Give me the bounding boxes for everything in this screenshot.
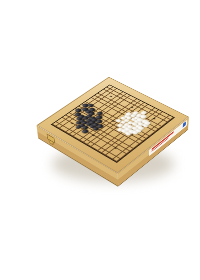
board-cell <box>83 129 90 133</box>
board-cell <box>113 160 120 165</box>
board-cell <box>139 130 146 134</box>
board-cell <box>94 140 101 145</box>
board-cell <box>134 124 141 128</box>
board-cell <box>76 138 83 143</box>
board-cell <box>108 148 115 153</box>
white-stone <box>137 121 145 126</box>
board-cell <box>127 124 134 128</box>
board-cell <box>108 144 115 149</box>
board-cell <box>148 123 155 127</box>
white-stone <box>137 125 145 130</box>
board-cell <box>89 129 96 133</box>
board-cell <box>101 139 108 144</box>
board-cell <box>90 133 97 138</box>
board-cell <box>83 143 90 148</box>
board-cell <box>135 128 142 132</box>
white-stone <box>141 123 149 128</box>
board-cell <box>97 133 104 138</box>
board-cell <box>107 130 114 134</box>
board-cell <box>155 123 162 127</box>
board-cell <box>138 126 145 130</box>
board-cell <box>76 130 83 134</box>
white-stone <box>126 124 134 129</box>
board-cell <box>65 132 72 136</box>
board-cell <box>131 122 138 126</box>
board-cell <box>79 141 86 146</box>
board-cell <box>108 139 115 144</box>
board-cell <box>109 153 116 158</box>
star-point <box>114 147 116 149</box>
white-stone <box>128 129 136 134</box>
board-cell <box>127 150 134 155</box>
board-cell <box>112 150 119 155</box>
board-cell <box>118 136 125 141</box>
board-cell <box>100 126 107 130</box>
board-cell <box>106 121 113 125</box>
white-stone <box>126 120 134 125</box>
image-canvas <box>0 0 200 280</box>
board-cell <box>72 132 79 136</box>
board-cell <box>90 142 97 147</box>
board-cell <box>107 126 114 130</box>
board-cell <box>149 128 156 132</box>
board-cell <box>151 121 158 125</box>
board-cell <box>129 138 136 143</box>
board-cell <box>114 125 121 129</box>
white-stone <box>131 122 139 127</box>
board-cell <box>96 128 103 132</box>
board-cell <box>96 124 103 128</box>
white-stone <box>121 128 129 133</box>
board-cell <box>121 134 128 139</box>
board-cell <box>120 120 127 124</box>
board-cell <box>153 130 160 134</box>
board-cell <box>134 120 141 124</box>
board-cell <box>93 135 100 140</box>
board-cell <box>97 137 104 142</box>
board-cell <box>105 146 112 151</box>
board-cell <box>124 122 131 126</box>
black-stone <box>81 125 89 130</box>
board-cell <box>111 132 118 137</box>
board-cell <box>140 139 147 144</box>
board-cell <box>156 127 163 131</box>
board-cell <box>116 148 123 153</box>
black-stone <box>92 126 100 131</box>
board-cell <box>79 123 86 127</box>
board-cell <box>62 126 69 130</box>
white-stone <box>143 120 151 125</box>
board-cell <box>122 143 129 148</box>
board-cell <box>114 130 121 134</box>
board-cell <box>69 126 76 130</box>
board-cell <box>137 122 144 126</box>
board-cell <box>112 146 119 151</box>
board-cell <box>93 122 100 126</box>
board-cell <box>119 141 126 146</box>
board-cell <box>89 124 96 128</box>
board-cell <box>93 131 100 135</box>
board-cell <box>113 155 120 160</box>
white-stone <box>116 123 124 128</box>
board-cell <box>117 127 124 131</box>
board-cell <box>115 139 122 144</box>
white-stone <box>134 124 142 129</box>
board-cell <box>79 127 86 131</box>
board-cell <box>83 134 90 139</box>
black-stone <box>85 122 93 127</box>
board-cell <box>51 124 58 128</box>
board-cell <box>75 125 82 129</box>
board-cell <box>130 147 137 152</box>
board-cell <box>100 135 107 140</box>
board-cell <box>121 129 128 133</box>
board-cell <box>126 145 133 150</box>
board-cell <box>165 120 172 124</box>
board-cell <box>55 126 62 130</box>
board-cell <box>111 141 118 146</box>
white-stone <box>116 127 124 132</box>
board-cell <box>111 136 118 141</box>
black-stone <box>81 129 89 134</box>
board-cell <box>101 149 108 154</box>
board-cell <box>72 123 79 127</box>
board-cell <box>124 127 131 131</box>
board-cell <box>128 133 135 138</box>
board-cell <box>142 132 149 137</box>
white-stone <box>135 128 143 133</box>
board-cell <box>104 137 111 142</box>
white-stone <box>124 127 132 132</box>
board-cell <box>120 125 127 129</box>
board-cell <box>86 131 93 135</box>
board-cell <box>125 131 132 135</box>
black-stone <box>75 124 83 129</box>
brass-clasp <box>47 133 55 146</box>
board-cell <box>83 138 90 143</box>
board-cell <box>79 136 86 141</box>
board-cell <box>115 143 122 148</box>
board-cell <box>90 138 97 143</box>
board-cell <box>94 144 101 149</box>
board-cell <box>141 124 148 128</box>
white-stone <box>131 126 139 131</box>
board-cell <box>90 147 97 152</box>
star-point <box>134 132 136 134</box>
board-cell <box>103 124 110 128</box>
star-point <box>92 135 94 137</box>
board-cell <box>146 134 153 139</box>
board-cell <box>128 129 135 133</box>
board-cell <box>159 125 166 129</box>
board-cell <box>65 124 72 128</box>
board-cell <box>82 125 89 129</box>
board-cell <box>103 128 110 132</box>
board-cell <box>114 134 121 139</box>
board-cell <box>105 156 112 161</box>
board-cell <box>98 151 105 156</box>
board-cell <box>117 123 124 127</box>
board-cell <box>86 122 93 126</box>
board-cell <box>86 136 93 141</box>
board-cell <box>171 115 178 119</box>
board-cell <box>69 130 76 134</box>
board-cell <box>116 153 123 158</box>
board-cell <box>131 126 138 130</box>
board-cell <box>132 131 139 135</box>
board-cell <box>162 122 169 126</box>
board-cell <box>104 141 111 146</box>
board-cell <box>133 144 140 149</box>
board-cell <box>107 134 114 139</box>
board-cell <box>125 136 132 141</box>
board-cell <box>76 134 83 139</box>
board-cell <box>98 146 105 151</box>
white-stone <box>124 131 132 136</box>
black-stone <box>88 124 96 129</box>
black-stone <box>92 122 100 127</box>
board-cell <box>123 147 130 152</box>
board-cell <box>149 132 156 137</box>
board-cell <box>72 127 79 131</box>
board-cell <box>65 128 72 132</box>
board-cell <box>117 157 124 162</box>
board-cell <box>143 137 150 142</box>
board-cell <box>132 135 139 140</box>
board-cell <box>144 121 151 125</box>
board-cell <box>94 149 101 154</box>
board-cell <box>62 130 69 134</box>
board-cell <box>72 136 79 141</box>
board-cell <box>109 158 116 163</box>
board-cell <box>97 142 104 147</box>
board-cell <box>133 140 140 145</box>
board-cell <box>126 140 133 145</box>
board-cell <box>86 140 93 145</box>
board-cell <box>119 150 126 155</box>
board-cell <box>145 126 152 130</box>
white-stone <box>123 122 131 127</box>
board-cell <box>136 137 143 142</box>
black-stone <box>96 124 104 129</box>
board-cell <box>101 144 108 149</box>
board-cell <box>93 126 100 130</box>
board-cell <box>100 130 107 134</box>
board-cell <box>104 132 111 137</box>
board-cell <box>58 124 65 128</box>
board-cell <box>118 132 125 136</box>
board-cell <box>129 142 136 147</box>
board-cell <box>146 130 153 134</box>
white-stone <box>121 124 129 129</box>
label-logo-mark <box>183 121 186 127</box>
board-cell <box>110 123 117 127</box>
white-stone <box>131 130 139 135</box>
board-cell <box>119 145 126 150</box>
board-cell <box>139 135 146 140</box>
board-cell <box>158 120 165 124</box>
board-cell <box>105 151 112 156</box>
board-cell <box>137 142 144 147</box>
board-cell <box>127 120 134 124</box>
board-cell <box>123 152 130 157</box>
board-cell <box>79 132 86 136</box>
board-cell <box>120 155 127 160</box>
star-point <box>71 123 73 125</box>
board-cell <box>87 145 94 150</box>
board-cell <box>102 153 109 158</box>
board-cell <box>58 128 65 132</box>
board-cell <box>113 121 120 125</box>
board-cell <box>86 127 93 131</box>
board-cell <box>69 134 76 139</box>
board-cell <box>122 138 129 143</box>
board-cell <box>152 125 159 129</box>
board-cell <box>110 128 117 132</box>
board-cell <box>99 122 106 126</box>
black-stone <box>78 123 86 128</box>
board-cell <box>142 128 149 132</box>
board-cell <box>135 133 142 138</box>
